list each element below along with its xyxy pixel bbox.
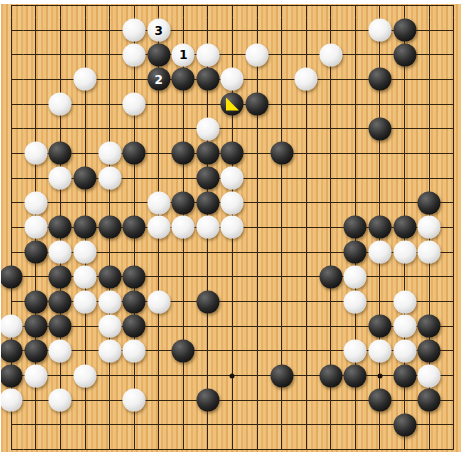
intersection[interactable] (171, 363, 196, 388)
intersection[interactable] (48, 363, 73, 388)
intersection[interactable] (269, 42, 294, 67)
intersection[interactable] (122, 67, 147, 92)
intersection[interactable] (196, 190, 221, 215)
intersection[interactable] (343, 314, 368, 339)
intersection[interactable] (97, 437, 122, 452)
intersection[interactable] (122, 116, 147, 141)
intersection[interactable] (73, 166, 98, 191)
intersection[interactable] (122, 18, 147, 43)
intersection[interactable] (319, 4, 344, 18)
intersection[interactable] (343, 190, 368, 215)
intersection[interactable] (294, 265, 319, 290)
intersection[interactable] (343, 437, 368, 452)
intersection[interactable] (220, 141, 245, 166)
intersection[interactable] (417, 289, 442, 314)
intersection[interactable] (245, 437, 270, 452)
intersection[interactable] (220, 18, 245, 43)
intersection[interactable] (368, 265, 393, 290)
intersection[interactable] (48, 141, 73, 166)
intersection[interactable] (245, 314, 270, 339)
intersection[interactable] (122, 141, 147, 166)
intersection[interactable] (122, 92, 147, 117)
intersection[interactable] (196, 339, 221, 364)
intersection[interactable] (122, 314, 147, 339)
intersection[interactable] (171, 116, 196, 141)
intersection[interactable] (97, 141, 122, 166)
intersection[interactable] (392, 363, 417, 388)
intersection[interactable] (368, 92, 393, 117)
intersection[interactable] (368, 67, 393, 92)
intersection[interactable] (245, 215, 270, 240)
intersection[interactable] (343, 92, 368, 117)
intersection[interactable] (1, 363, 24, 388)
intersection[interactable] (122, 413, 147, 438)
intersection[interactable] (73, 240, 98, 265)
intersection[interactable] (319, 339, 344, 364)
intersection[interactable] (146, 363, 171, 388)
intersection[interactable] (220, 388, 245, 413)
intersection[interactable] (294, 240, 319, 265)
intersection[interactable] (171, 289, 196, 314)
intersection[interactable] (24, 339, 49, 364)
intersection[interactable] (24, 215, 49, 240)
intersection[interactable] (417, 4, 442, 18)
intersection[interactable] (196, 4, 221, 18)
intersection[interactable] (368, 18, 393, 43)
intersection[interactable] (1, 388, 24, 413)
intersection[interactable] (146, 116, 171, 141)
intersection[interactable] (269, 67, 294, 92)
intersection[interactable] (24, 166, 49, 191)
intersection[interactable] (441, 190, 461, 215)
intersection[interactable] (294, 388, 319, 413)
intersection[interactable] (146, 314, 171, 339)
intersection[interactable] (269, 215, 294, 240)
intersection[interactable] (392, 265, 417, 290)
intersection[interactable] (122, 265, 147, 290)
intersection[interactable] (1, 166, 24, 191)
intersection[interactable] (220, 215, 245, 240)
intersection[interactable] (146, 413, 171, 438)
intersection[interactable] (392, 413, 417, 438)
intersection[interactable] (269, 289, 294, 314)
intersection[interactable] (24, 388, 49, 413)
intersection[interactable] (48, 67, 73, 92)
intersection[interactable] (245, 413, 270, 438)
intersection[interactable] (294, 116, 319, 141)
intersection[interactable] (97, 18, 122, 43)
intersection[interactable] (171, 141, 196, 166)
intersection[interactable] (48, 42, 73, 67)
intersection[interactable] (220, 166, 245, 191)
intersection[interactable] (122, 240, 147, 265)
intersection[interactable] (1, 339, 24, 364)
intersection[interactable] (294, 363, 319, 388)
intersection[interactable] (122, 363, 147, 388)
intersection[interactable] (245, 141, 270, 166)
intersection[interactable] (146, 190, 171, 215)
intersection[interactable] (441, 437, 461, 452)
intersection[interactable] (48, 92, 73, 117)
intersection[interactable] (48, 388, 73, 413)
intersection[interactable] (245, 67, 270, 92)
intersection[interactable] (392, 4, 417, 18)
intersection[interactable] (269, 141, 294, 166)
intersection[interactable] (196, 265, 221, 290)
intersection[interactable] (319, 141, 344, 166)
intersection[interactable] (441, 92, 461, 117)
intersection[interactable] (97, 289, 122, 314)
intersection[interactable] (24, 116, 49, 141)
intersection[interactable] (171, 215, 196, 240)
intersection[interactable] (269, 339, 294, 364)
intersection[interactable] (24, 240, 49, 265)
intersection[interactable] (220, 4, 245, 18)
intersection[interactable] (245, 265, 270, 290)
intersection[interactable] (24, 314, 49, 339)
intersection[interactable] (441, 265, 461, 290)
intersection[interactable] (368, 166, 393, 191)
intersection[interactable] (269, 240, 294, 265)
intersection[interactable] (294, 339, 319, 364)
intersection[interactable] (196, 18, 221, 43)
intersection[interactable] (48, 215, 73, 240)
intersection[interactable] (269, 314, 294, 339)
intersection[interactable] (48, 437, 73, 452)
intersection[interactable] (417, 67, 442, 92)
intersection[interactable] (73, 92, 98, 117)
intersection[interactable] (245, 289, 270, 314)
intersection[interactable] (245, 363, 270, 388)
intersection[interactable] (196, 116, 221, 141)
intersection[interactable] (441, 4, 461, 18)
intersection[interactable] (196, 92, 221, 117)
intersection[interactable] (97, 42, 122, 67)
intersection[interactable] (1, 18, 24, 43)
intersection[interactable] (392, 190, 417, 215)
intersection[interactable] (196, 388, 221, 413)
intersection[interactable] (171, 67, 196, 92)
intersection[interactable] (417, 437, 442, 452)
intersection[interactable] (343, 265, 368, 290)
intersection[interactable] (294, 4, 319, 18)
intersection[interactable] (146, 265, 171, 290)
intersection[interactable] (294, 141, 319, 166)
intersection[interactable] (24, 190, 49, 215)
intersection[interactable] (343, 166, 368, 191)
intersection[interactable] (368, 42, 393, 67)
intersection[interactable] (417, 215, 442, 240)
intersection[interactable] (392, 166, 417, 191)
intersection[interactable] (1, 42, 24, 67)
intersection[interactable] (97, 67, 122, 92)
intersection[interactable] (319, 42, 344, 67)
intersection[interactable] (343, 339, 368, 364)
intersection[interactable] (245, 4, 270, 18)
intersection[interactable] (417, 363, 442, 388)
intersection[interactable] (343, 141, 368, 166)
intersection[interactable] (392, 289, 417, 314)
intersection[interactable] (319, 116, 344, 141)
intersection[interactable] (441, 18, 461, 43)
intersection[interactable] (24, 437, 49, 452)
intersection[interactable] (319, 437, 344, 452)
intersection[interactable] (269, 4, 294, 18)
intersection[interactable] (417, 240, 442, 265)
intersection[interactable] (97, 363, 122, 388)
intersection[interactable] (97, 413, 122, 438)
intersection[interactable] (392, 42, 417, 67)
intersection[interactable] (343, 4, 368, 18)
intersection[interactable] (73, 413, 98, 438)
intersection[interactable] (343, 240, 368, 265)
intersection[interactable] (1, 141, 24, 166)
intersection[interactable] (196, 240, 221, 265)
intersection[interactable] (73, 215, 98, 240)
intersection[interactable] (245, 116, 270, 141)
intersection[interactable] (97, 388, 122, 413)
intersection[interactable] (1, 240, 24, 265)
intersection[interactable] (441, 363, 461, 388)
intersection[interactable] (319, 240, 344, 265)
intersection[interactable] (97, 190, 122, 215)
intersection[interactable] (196, 314, 221, 339)
intersection[interactable] (269, 413, 294, 438)
intersection[interactable] (48, 289, 73, 314)
intersection[interactable] (294, 437, 319, 452)
intersection[interactable] (417, 166, 442, 191)
intersection[interactable] (171, 413, 196, 438)
intersection[interactable] (73, 437, 98, 452)
intersection[interactable] (220, 314, 245, 339)
intersection[interactable] (269, 388, 294, 413)
intersection[interactable] (368, 363, 393, 388)
intersection[interactable] (319, 166, 344, 191)
intersection[interactable] (171, 388, 196, 413)
intersection[interactable] (73, 388, 98, 413)
intersection[interactable] (441, 141, 461, 166)
intersection[interactable] (417, 42, 442, 67)
intersection[interactable] (1, 314, 24, 339)
intersection[interactable] (343, 18, 368, 43)
intersection[interactable] (220, 437, 245, 452)
intersection[interactable] (171, 92, 196, 117)
intersection[interactable] (196, 141, 221, 166)
intersection[interactable] (441, 42, 461, 67)
intersection[interactable] (1, 4, 24, 18)
intersection[interactable] (343, 388, 368, 413)
intersection[interactable] (269, 265, 294, 290)
intersection[interactable] (48, 4, 73, 18)
intersection[interactable] (1, 116, 24, 141)
intersection[interactable] (368, 413, 393, 438)
intersection[interactable] (73, 42, 98, 67)
intersection[interactable] (269, 363, 294, 388)
intersection[interactable] (146, 92, 171, 117)
intersection[interactable] (1, 215, 24, 240)
intersection[interactable] (220, 265, 245, 290)
intersection[interactable] (196, 289, 221, 314)
intersection[interactable] (392, 240, 417, 265)
intersection[interactable] (220, 42, 245, 67)
intersection[interactable] (48, 265, 73, 290)
intersection[interactable] (269, 116, 294, 141)
intersection[interactable] (417, 265, 442, 290)
intersection[interactable] (1, 92, 24, 117)
intersection[interactable] (48, 339, 73, 364)
intersection[interactable] (73, 265, 98, 290)
intersection[interactable] (73, 141, 98, 166)
intersection[interactable] (97, 4, 122, 18)
intersection[interactable] (319, 92, 344, 117)
intersection[interactable] (343, 363, 368, 388)
intersection[interactable] (245, 388, 270, 413)
intersection[interactable] (146, 388, 171, 413)
intersection[interactable] (245, 190, 270, 215)
intersection[interactable] (196, 413, 221, 438)
intersection[interactable] (343, 413, 368, 438)
intersection[interactable] (171, 437, 196, 452)
intersection[interactable] (441, 116, 461, 141)
intersection[interactable] (441, 289, 461, 314)
intersection[interactable] (196, 42, 221, 67)
intersection[interactable] (392, 339, 417, 364)
intersection[interactable] (122, 339, 147, 364)
intersection[interactable] (146, 4, 171, 18)
intersection[interactable] (24, 289, 49, 314)
intersection[interactable] (319, 413, 344, 438)
intersection[interactable] (392, 18, 417, 43)
intersection[interactable] (319, 314, 344, 339)
intersection[interactable] (196, 215, 221, 240)
intersection[interactable] (97, 265, 122, 290)
intersection[interactable] (319, 363, 344, 388)
intersection[interactable] (196, 67, 221, 92)
intersection[interactable] (343, 215, 368, 240)
intersection[interactable] (171, 265, 196, 290)
intersection[interactable] (417, 92, 442, 117)
intersection[interactable] (73, 289, 98, 314)
intersection[interactable] (146, 166, 171, 191)
intersection[interactable] (73, 18, 98, 43)
intersection[interactable] (48, 314, 73, 339)
intersection[interactable] (368, 339, 393, 364)
intersection[interactable] (343, 67, 368, 92)
intersection[interactable] (24, 92, 49, 117)
intersection[interactable] (122, 388, 147, 413)
intersection[interactable] (319, 265, 344, 290)
intersection[interactable] (319, 289, 344, 314)
intersection[interactable] (1, 67, 24, 92)
intersection[interactable] (417, 141, 442, 166)
intersection[interactable] (441, 314, 461, 339)
intersection[interactable] (171, 240, 196, 265)
intersection[interactable] (245, 240, 270, 265)
intersection[interactable] (220, 413, 245, 438)
intersection[interactable] (368, 289, 393, 314)
intersection[interactable] (343, 42, 368, 67)
intersection[interactable] (97, 116, 122, 141)
intersection[interactable] (122, 4, 147, 18)
intersection[interactable] (368, 215, 393, 240)
intersection[interactable] (73, 339, 98, 364)
intersection[interactable] (269, 166, 294, 191)
intersection[interactable] (441, 339, 461, 364)
intersection[interactable] (294, 166, 319, 191)
intersection[interactable] (196, 363, 221, 388)
intersection[interactable] (368, 240, 393, 265)
intersection[interactable] (73, 116, 98, 141)
intersection[interactable] (343, 116, 368, 141)
intersection[interactable] (73, 314, 98, 339)
intersection[interactable] (368, 190, 393, 215)
intersection[interactable] (196, 437, 221, 452)
go-board[interactable]: 312 (1, 4, 461, 452)
intersection[interactable] (441, 67, 461, 92)
intersection[interactable] (220, 289, 245, 314)
intersection[interactable] (417, 413, 442, 438)
intersection[interactable] (441, 166, 461, 191)
intersection[interactable] (417, 116, 442, 141)
intersection[interactable] (441, 215, 461, 240)
intersection[interactable] (24, 141, 49, 166)
intersection[interactable] (245, 339, 270, 364)
intersection[interactable] (343, 289, 368, 314)
intersection[interactable]: 2 (146, 67, 171, 92)
intersection[interactable] (24, 363, 49, 388)
intersection[interactable] (146, 215, 171, 240)
intersection[interactable] (392, 67, 417, 92)
intersection[interactable] (220, 92, 245, 117)
intersection[interactable] (392, 116, 417, 141)
intersection[interactable] (122, 437, 147, 452)
intersection[interactable] (122, 190, 147, 215)
intersection[interactable] (417, 190, 442, 215)
intersection[interactable] (146, 240, 171, 265)
intersection[interactable] (24, 265, 49, 290)
intersection[interactable] (441, 413, 461, 438)
intersection[interactable] (171, 18, 196, 43)
intersection[interactable]: 1 (171, 42, 196, 67)
intersection[interactable] (1, 437, 24, 452)
intersection[interactable] (294, 413, 319, 438)
intersection[interactable] (73, 4, 98, 18)
intersection[interactable] (319, 215, 344, 240)
intersection[interactable] (269, 18, 294, 43)
intersection[interactable] (392, 141, 417, 166)
intersection[interactable] (97, 314, 122, 339)
intersection[interactable] (220, 190, 245, 215)
intersection[interactable] (48, 240, 73, 265)
intersection[interactable] (1, 190, 24, 215)
intersection[interactable] (146, 141, 171, 166)
intersection[interactable] (392, 437, 417, 452)
intersection[interactable] (417, 339, 442, 364)
intersection[interactable] (294, 289, 319, 314)
intersection[interactable] (122, 42, 147, 67)
intersection[interactable] (392, 92, 417, 117)
intersection[interactable] (417, 314, 442, 339)
intersection[interactable] (368, 141, 393, 166)
intersection[interactable] (146, 289, 171, 314)
intersection[interactable] (24, 4, 49, 18)
intersection[interactable] (319, 67, 344, 92)
intersection[interactable] (48, 18, 73, 43)
intersection[interactable] (245, 42, 270, 67)
intersection[interactable] (319, 18, 344, 43)
intersection[interactable] (294, 42, 319, 67)
intersection[interactable] (122, 215, 147, 240)
